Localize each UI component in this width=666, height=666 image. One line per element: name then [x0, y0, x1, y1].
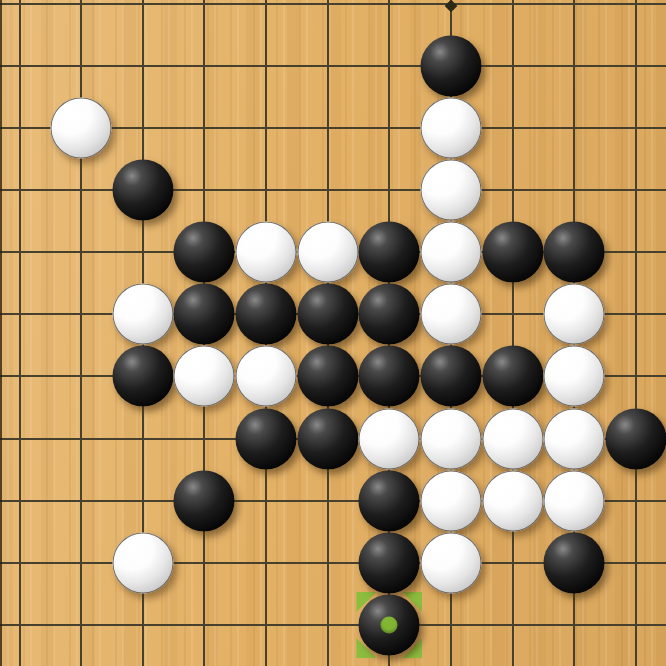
white-stone	[51, 97, 112, 158]
white-stone	[236, 222, 297, 283]
white-stone	[421, 284, 482, 345]
black-stone	[297, 284, 358, 345]
grid-line-horizontal	[0, 189, 666, 191]
go-board[interactable]	[0, 0, 666, 666]
black-stone	[359, 284, 420, 345]
grid-line-horizontal	[0, 624, 666, 626]
grid-line-vertical	[19, 0, 21, 666]
black-stone	[544, 532, 605, 593]
white-stone	[544, 284, 605, 345]
white-stone	[421, 159, 482, 220]
white-stone	[421, 532, 482, 593]
white-stone	[236, 346, 297, 407]
white-stone	[112, 284, 173, 345]
grid-line-horizontal	[0, 3, 666, 5]
black-stone	[359, 222, 420, 283]
white-stone	[421, 97, 482, 158]
white-stone	[174, 346, 235, 407]
black-stone	[421, 35, 482, 96]
black-stone	[174, 470, 235, 531]
grid-line-vertical	[635, 0, 637, 666]
grid-line-horizontal	[0, 65, 666, 67]
black-stone	[421, 346, 482, 407]
grid-line-vertical	[512, 0, 514, 666]
black-stone	[359, 470, 420, 531]
white-stone	[544, 346, 605, 407]
black-stone	[236, 408, 297, 469]
black-stone	[482, 222, 543, 283]
white-stone	[112, 532, 173, 593]
white-stone	[544, 408, 605, 469]
white-stone	[482, 470, 543, 531]
white-stone	[359, 408, 420, 469]
black-stone	[359, 346, 420, 407]
black-stone	[174, 284, 235, 345]
black-stone	[359, 532, 420, 593]
black-stone	[297, 408, 358, 469]
black-stone	[297, 346, 358, 407]
white-stone	[482, 408, 543, 469]
white-stone	[421, 222, 482, 283]
black-stone	[482, 346, 543, 407]
black-stone	[606, 408, 666, 469]
black-stone	[112, 159, 173, 220]
black-stone	[236, 284, 297, 345]
white-stone	[544, 470, 605, 531]
white-stone	[421, 470, 482, 531]
last-move-dot-icon	[381, 617, 398, 634]
go-app-screenshot	[0, 0, 666, 666]
black-stone	[544, 222, 605, 283]
white-stone	[421, 408, 482, 469]
black-stone	[174, 222, 235, 283]
black-stone	[112, 346, 173, 407]
white-stone	[297, 222, 358, 283]
